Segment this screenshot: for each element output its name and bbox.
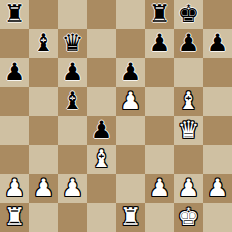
square-a6[interactable]: ♟ [0,58,29,87]
black-pawn-piece[interactable]: ♟ [62,58,84,87]
square-f8[interactable]: ♜ [145,0,174,29]
square-g5[interactable]: ♝ [174,87,203,116]
square-b8[interactable] [29,0,58,29]
square-g6[interactable] [174,58,203,87]
black-bishop-piece[interactable]: ♝ [62,87,84,116]
square-h4[interactable] [203,116,232,145]
square-d2[interactable] [87,174,116,203]
square-c1[interactable] [58,203,87,232]
square-b3[interactable] [29,145,58,174]
black-king-piece[interactable]: ♚ [178,0,200,29]
square-a2[interactable]: ♟ [0,174,29,203]
black-rook-piece[interactable]: ♜ [149,0,171,29]
black-pawn-piece[interactable]: ♟ [91,116,113,145]
square-d6[interactable] [87,58,116,87]
square-c7[interactable]: ♛ [58,29,87,58]
white-bishop-piece[interactable]: ♝ [178,87,200,116]
square-g7[interactable]: ♟ [174,29,203,58]
square-f4[interactable] [145,116,174,145]
black-pawn-piece[interactable]: ♟ [4,58,26,87]
white-pawn-piece[interactable]: ♟ [178,174,200,203]
square-f3[interactable] [145,145,174,174]
square-e6[interactable]: ♟ [116,58,145,87]
square-e2[interactable] [116,174,145,203]
black-bishop-piece[interactable]: ♝ [33,29,55,58]
square-f2[interactable]: ♟ [145,174,174,203]
black-rook-piece[interactable]: ♜ [4,0,26,29]
square-d5[interactable] [87,87,116,116]
white-pawn-piece[interactable]: ♟ [62,174,84,203]
square-a7[interactable] [0,29,29,58]
square-f5[interactable] [145,87,174,116]
square-a5[interactable] [0,87,29,116]
square-d3[interactable]: ♝ [87,145,116,174]
square-g1[interactable]: ♚ [174,203,203,232]
square-h3[interactable] [203,145,232,174]
square-b4[interactable] [29,116,58,145]
black-pawn-piece[interactable]: ♟ [178,29,200,58]
square-e1[interactable]: ♜ [116,203,145,232]
square-a4[interactable] [0,116,29,145]
black-pawn-piece[interactable]: ♟ [149,29,171,58]
square-h7[interactable]: ♟ [203,29,232,58]
square-c5[interactable]: ♝ [58,87,87,116]
square-h2[interactable]: ♟ [203,174,232,203]
square-e7[interactable] [116,29,145,58]
square-d8[interactable] [87,0,116,29]
square-a3[interactable] [0,145,29,174]
square-g4[interactable]: ♛ [174,116,203,145]
square-c3[interactable] [58,145,87,174]
square-b6[interactable] [29,58,58,87]
square-a8[interactable]: ♜ [0,0,29,29]
white-pawn-piece[interactable]: ♟ [207,174,229,203]
square-c8[interactable] [58,0,87,29]
square-c6[interactable]: ♟ [58,58,87,87]
square-h6[interactable] [203,58,232,87]
square-f6[interactable] [145,58,174,87]
square-g8[interactable]: ♚ [174,0,203,29]
square-h8[interactable] [203,0,232,29]
square-b7[interactable]: ♝ [29,29,58,58]
black-pawn-piece[interactable]: ♟ [207,29,229,58]
square-a1[interactable]: ♜ [0,203,29,232]
black-pawn-piece[interactable]: ♟ [120,58,142,87]
white-rook-piece[interactable]: ♜ [120,203,142,232]
white-rook-piece[interactable]: ♜ [4,203,26,232]
white-pawn-piece[interactable]: ♟ [149,174,171,203]
square-e8[interactable] [116,0,145,29]
black-queen-piece[interactable]: ♛ [62,29,84,58]
square-c2[interactable]: ♟ [58,174,87,203]
square-h5[interactable] [203,87,232,116]
square-c4[interactable] [58,116,87,145]
white-pawn-piece[interactable]: ♟ [33,174,55,203]
white-pawn-piece[interactable]: ♟ [4,174,26,203]
white-queen-piece[interactable]: ♛ [178,116,200,145]
square-f1[interactable] [145,203,174,232]
white-king-piece[interactable]: ♚ [178,203,200,232]
square-e4[interactable] [116,116,145,145]
white-bishop-piece[interactable]: ♝ [91,145,113,174]
square-h1[interactable] [203,203,232,232]
square-e5[interactable]: ♟ [116,87,145,116]
square-d7[interactable] [87,29,116,58]
square-b2[interactable]: ♟ [29,174,58,203]
square-d1[interactable] [87,203,116,232]
square-b1[interactable] [29,203,58,232]
square-d4[interactable]: ♟ [87,116,116,145]
square-g3[interactable] [174,145,203,174]
square-f7[interactable]: ♟ [145,29,174,58]
square-g2[interactable]: ♟ [174,174,203,203]
square-b5[interactable] [29,87,58,116]
white-pawn-piece[interactable]: ♟ [120,87,142,116]
square-e3[interactable] [116,145,145,174]
chess-board: ♜♜♚♝♛♟♟♟♟♟♟♝♟♝♟♛♝♟♟♟♟♟♟♜♜♚ [0,0,232,232]
